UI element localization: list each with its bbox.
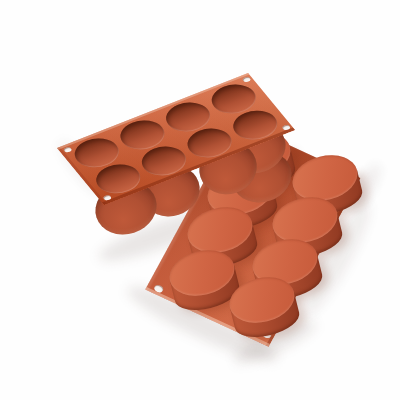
product-photo-silicone-mold <box>0 0 400 400</box>
hang-hole <box>153 284 165 294</box>
